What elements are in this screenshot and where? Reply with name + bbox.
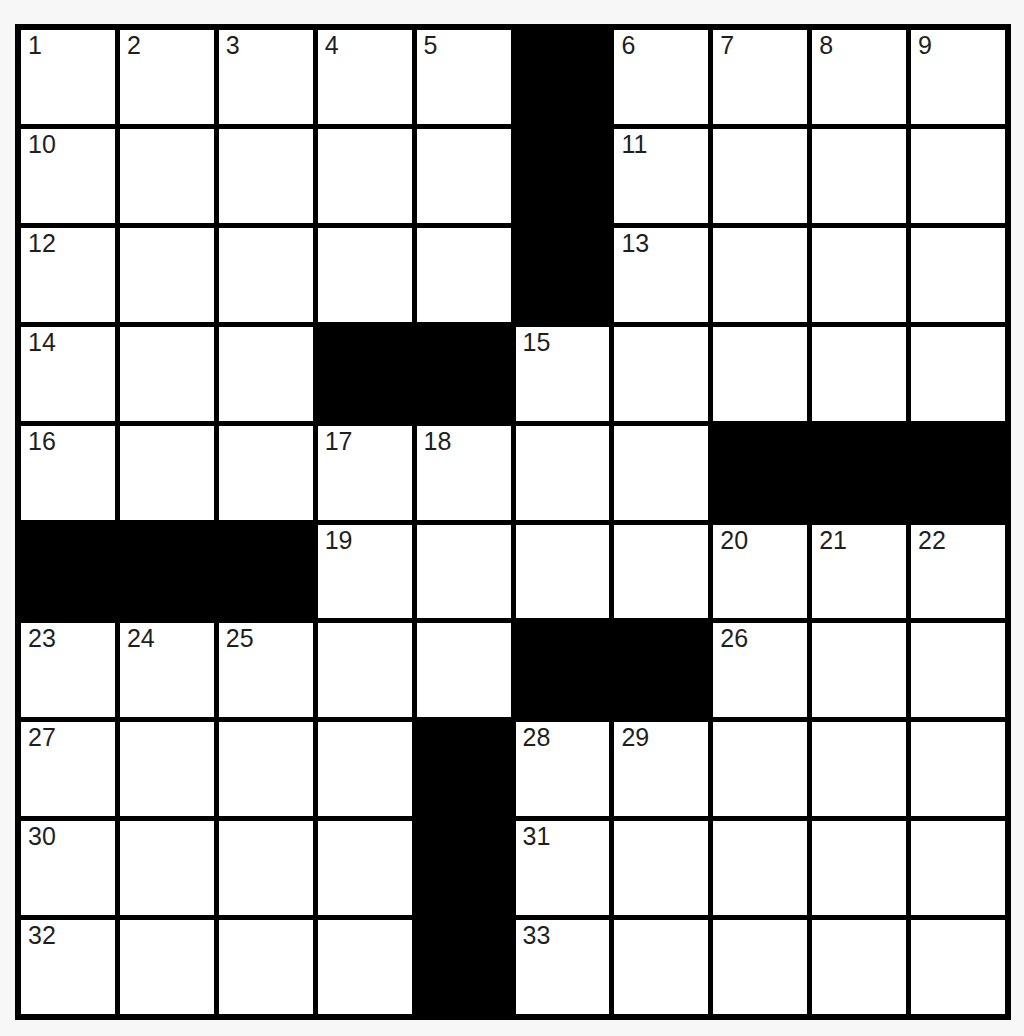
cell-r10c3[interactable] <box>219 920 313 1014</box>
cell-r1c1[interactable]: 1 <box>21 30 115 124</box>
black-cell-r2c6 <box>516 129 610 223</box>
cell-r9c10[interactable] <box>911 821 1005 915</box>
clue-number: 12 <box>28 230 56 258</box>
cell-r6c7[interactable] <box>614 525 708 619</box>
cell-r8c2[interactable] <box>120 722 214 816</box>
clue-number: 1 <box>28 32 42 60</box>
clue-number: 30 <box>28 823 56 851</box>
cell-r10c7[interactable] <box>614 920 708 1014</box>
clue-number: 5 <box>424 32 438 60</box>
black-cell-r6c1 <box>21 525 115 619</box>
cell-r9c4[interactable] <box>318 821 412 915</box>
cell-r8c8[interactable] <box>713 722 807 816</box>
cell-r3c7[interactable]: 13 <box>614 228 708 322</box>
cell-r8c4[interactable] <box>318 722 412 816</box>
clue-number: 23 <box>28 625 56 653</box>
cell-r2c8[interactable] <box>713 129 807 223</box>
clue-number: 6 <box>621 32 635 60</box>
cell-r9c1[interactable]: 30 <box>21 821 115 915</box>
cell-r6c5[interactable] <box>417 525 511 619</box>
cell-r6c8[interactable]: 20 <box>713 525 807 619</box>
clue-number: 17 <box>325 428 353 456</box>
cell-r3c5[interactable] <box>417 228 511 322</box>
black-cell-r9c5 <box>417 821 511 915</box>
black-cell-r5c10 <box>911 426 1005 520</box>
cell-r9c2[interactable] <box>120 821 214 915</box>
cell-r7c2[interactable]: 24 <box>120 623 214 717</box>
cell-r8c3[interactable] <box>219 722 313 816</box>
clue-number: 2 <box>127 32 141 60</box>
cell-r9c3[interactable] <box>219 821 313 915</box>
clue-number: 21 <box>819 527 847 555</box>
cell-r9c7[interactable] <box>614 821 708 915</box>
cell-r10c2[interactable] <box>120 920 214 1014</box>
cell-r7c9[interactable] <box>812 623 906 717</box>
page-background: 1234567891011121314151617181920212223242… <box>0 0 1024 1036</box>
cell-r5c4[interactable]: 17 <box>318 426 412 520</box>
clue-number: 18 <box>424 428 452 456</box>
cell-r5c5[interactable]: 18 <box>417 426 511 520</box>
cell-r3c4[interactable] <box>318 228 412 322</box>
black-cell-r1c6 <box>516 30 610 124</box>
black-cell-r8c5 <box>417 722 511 816</box>
black-cell-r6c3 <box>219 525 313 619</box>
clue-number: 25 <box>226 625 254 653</box>
cell-r2c3[interactable] <box>219 129 313 223</box>
cell-r8c10[interactable] <box>911 722 1005 816</box>
cell-r4c9[interactable] <box>812 327 906 421</box>
cell-r2c10[interactable] <box>911 129 1005 223</box>
cell-r6c10[interactable]: 22 <box>911 525 1005 619</box>
clue-number: 4 <box>325 32 339 60</box>
cell-r10c8[interactable] <box>713 920 807 1014</box>
clue-number: 9 <box>918 32 932 60</box>
cell-r1c7[interactable]: 6 <box>614 30 708 124</box>
cell-r1c10[interactable]: 9 <box>911 30 1005 124</box>
black-cell-r5c9 <box>812 426 906 520</box>
black-cell-r5c8 <box>713 426 807 520</box>
cell-r9c8[interactable] <box>713 821 807 915</box>
cell-r5c2[interactable] <box>120 426 214 520</box>
cell-r7c4[interactable] <box>318 623 412 717</box>
cell-r7c1[interactable]: 23 <box>21 623 115 717</box>
clue-number: 8 <box>819 32 833 60</box>
black-cell-r6c2 <box>120 525 214 619</box>
black-cell-r7c7 <box>614 623 708 717</box>
clue-number: 22 <box>918 527 946 555</box>
clue-number: 29 <box>621 724 649 752</box>
cell-r9c9[interactable] <box>812 821 906 915</box>
cell-r1c9[interactable]: 8 <box>812 30 906 124</box>
cell-r4c3[interactable] <box>219 327 313 421</box>
clue-number: 7 <box>720 32 734 60</box>
cell-r2c5[interactable] <box>417 129 511 223</box>
cell-r10c1[interactable]: 32 <box>21 920 115 1014</box>
cell-r3c8[interactable] <box>713 228 807 322</box>
clue-number: 33 <box>523 922 551 950</box>
black-cell-r10c5 <box>417 920 511 1014</box>
cell-r7c3[interactable]: 25 <box>219 623 313 717</box>
cell-r10c4[interactable] <box>318 920 412 1014</box>
clue-number: 24 <box>127 625 155 653</box>
cell-r8c6[interactable]: 28 <box>516 722 610 816</box>
cell-r10c10[interactable] <box>911 920 1005 1014</box>
clue-number: 19 <box>325 527 353 555</box>
clue-number: 13 <box>621 230 649 258</box>
cell-r6c9[interactable]: 21 <box>812 525 906 619</box>
cell-r1c3[interactable]: 3 <box>219 30 313 124</box>
black-cell-r4c5 <box>417 327 511 421</box>
cell-r1c8[interactable]: 7 <box>713 30 807 124</box>
black-cell-r4c4 <box>318 327 412 421</box>
cell-r1c2[interactable]: 2 <box>120 30 214 124</box>
cell-r7c5[interactable] <box>417 623 511 717</box>
cell-r4c7[interactable] <box>614 327 708 421</box>
cell-r3c2[interactable] <box>120 228 214 322</box>
cell-r7c10[interactable] <box>911 623 1005 717</box>
crossword-grid: 1234567891011121314151617181920212223242… <box>15 24 1011 1020</box>
cell-r4c2[interactable] <box>120 327 214 421</box>
cell-r4c10[interactable] <box>911 327 1005 421</box>
cell-r1c4[interactable]: 4 <box>318 30 412 124</box>
clue-number: 26 <box>720 625 748 653</box>
cell-r3c1[interactable]: 12 <box>21 228 115 322</box>
cell-r3c10[interactable] <box>911 228 1005 322</box>
cell-r2c9[interactable] <box>812 129 906 223</box>
cell-r4c8[interactable] <box>713 327 807 421</box>
clue-number: 28 <box>523 724 551 752</box>
cell-r10c6[interactable]: 33 <box>516 920 610 1014</box>
clue-number: 20 <box>720 527 748 555</box>
cell-r7c8[interactable]: 26 <box>713 623 807 717</box>
cell-r5c1[interactable]: 16 <box>21 426 115 520</box>
cell-r8c9[interactable] <box>812 722 906 816</box>
clue-number: 16 <box>28 428 56 456</box>
cell-r3c9[interactable] <box>812 228 906 322</box>
cell-r8c1[interactable]: 27 <box>21 722 115 816</box>
cell-r4c6[interactable]: 15 <box>516 327 610 421</box>
cell-r5c3[interactable] <box>219 426 313 520</box>
clue-number: 31 <box>523 823 551 851</box>
cell-r8c7[interactable]: 29 <box>614 722 708 816</box>
clue-number: 14 <box>28 329 56 357</box>
cell-r2c7[interactable]: 11 <box>614 129 708 223</box>
clue-number: 10 <box>28 131 56 159</box>
cell-r6c6[interactable] <box>516 525 610 619</box>
clue-number: 3 <box>226 32 240 60</box>
clue-number: 11 <box>621 131 647 159</box>
cell-r5c7[interactable] <box>614 426 708 520</box>
cell-r6c4[interactable]: 19 <box>318 525 412 619</box>
clue-number: 32 <box>28 922 56 950</box>
cell-r2c4[interactable] <box>318 129 412 223</box>
clue-number: 15 <box>523 329 551 357</box>
cell-r10c9[interactable] <box>812 920 906 1014</box>
cell-r2c1[interactable]: 10 <box>21 129 115 223</box>
cell-r1c5[interactable]: 5 <box>417 30 511 124</box>
cell-r3c3[interactable] <box>219 228 313 322</box>
cell-r2c2[interactable] <box>120 129 214 223</box>
cell-r5c6[interactable] <box>516 426 610 520</box>
cell-r9c6[interactable]: 31 <box>516 821 610 915</box>
clue-number: 27 <box>28 724 56 752</box>
cell-r4c1[interactable]: 14 <box>21 327 115 421</box>
black-cell-r3c6 <box>516 228 610 322</box>
black-cell-r7c6 <box>516 623 610 717</box>
